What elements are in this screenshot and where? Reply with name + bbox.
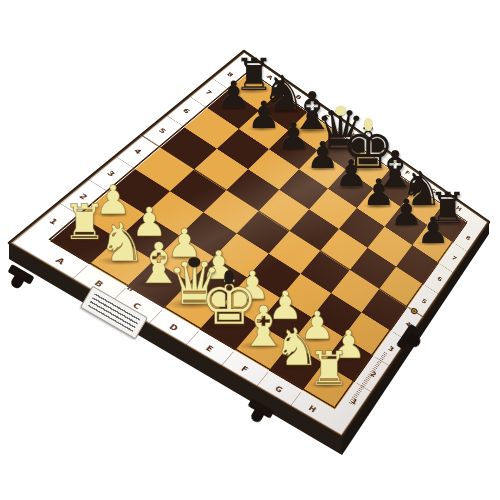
coordinate-label-H: H — [307, 404, 317, 413]
border-tick — [425, 285, 439, 295]
coordinate-label-F: F — [404, 170, 411, 176]
coordinate-label-D: D — [168, 323, 180, 333]
border-tick — [115, 156, 134, 168]
border-tick — [308, 102, 318, 111]
border-tick — [455, 243, 468, 252]
border-tick — [442, 195, 450, 205]
coordinate-label-G: G — [430, 187, 437, 194]
coordinate-label-5: 5 — [158, 127, 168, 134]
coordinate-label-E: E — [378, 151, 385, 157]
border-tick — [390, 159, 398, 169]
coordinate-label-7: 7 — [451, 255, 458, 262]
border-tick — [71, 265, 87, 279]
border-tick — [148, 310, 163, 325]
border-tick — [440, 264, 454, 274]
coordinate-label-B: B — [294, 94, 302, 101]
border-tick — [87, 178, 106, 190]
border-tick — [256, 372, 268, 387]
coordinate-label-A: A — [266, 74, 275, 81]
border-tick — [279, 82, 289, 91]
border-tick — [189, 96, 206, 107]
border-tick — [211, 78, 227, 89]
border-tick — [58, 202, 78, 214]
chess-set-photo: AABBCCDDEEFFGGHH1122334455667788h ♜♟♞♟♝♟… — [0, 0, 500, 500]
coordinate-label-4: 4 — [132, 148, 142, 156]
coordinate-label-3: 3 — [387, 345, 395, 353]
border-tick — [363, 140, 372, 150]
coordinate-label-H: H — [455, 205, 462, 212]
factory-logo-emblem — [410, 307, 419, 316]
border-tick — [336, 121, 345, 130]
coordinate-label-A: A — [54, 256, 67, 265]
border-tick — [166, 115, 183, 126]
coordinate-label-7: 7 — [204, 89, 213, 96]
coordinate-label-5: 5 — [421, 297, 428, 304]
coordinate-label-1: 1 — [48, 217, 60, 226]
border-tick — [185, 331, 199, 346]
border-tick — [290, 392, 302, 407]
coordinate-label-6: 6 — [436, 275, 443, 282]
coordinate-label-6: 6 — [182, 107, 192, 114]
coordinate-label-2: 2 — [78, 192, 89, 200]
coordinate-label-8: 8 — [465, 235, 472, 242]
coordinate-label-C: C — [323, 113, 331, 120]
border-tick — [141, 135, 159, 147]
coordinate-label-D: D — [350, 132, 358, 139]
coordinate-label-F: F — [240, 365, 250, 374]
coordinate-label-G: G — [274, 384, 284, 393]
coordinate-label-E: E — [205, 344, 215, 353]
coordinate-label-8: 8 — [226, 71, 235, 78]
coordinate-label-3: 3 — [106, 169, 117, 177]
border-tick — [221, 352, 234, 367]
border-tick — [417, 177, 425, 187]
